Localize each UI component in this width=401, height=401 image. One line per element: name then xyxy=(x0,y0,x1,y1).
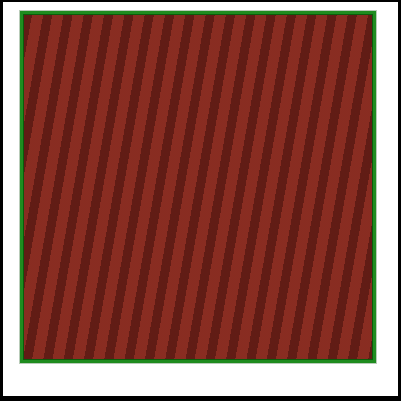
chess-board xyxy=(23,14,373,360)
board-frame xyxy=(20,11,376,363)
